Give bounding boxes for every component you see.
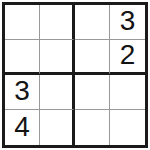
cell-r3c4[interactable] <box>110 75 145 110</box>
cell-r2c3[interactable] <box>75 40 110 75</box>
cell-r1c2[interactable] <box>40 5 75 40</box>
cell-r3c1[interactable]: 3 <box>5 75 40 110</box>
sudoku-board: 3 2 3 4 <box>2 2 148 148</box>
cell-r2c1[interactable] <box>5 40 40 75</box>
cell-r1c4[interactable]: 3 <box>110 5 145 40</box>
cell-r1c1[interactable] <box>5 5 40 40</box>
cell-r2c4[interactable]: 2 <box>110 40 145 75</box>
cell-r4c4[interactable] <box>110 110 145 145</box>
cell-r4c2[interactable] <box>40 110 75 145</box>
cell-r1c3[interactable] <box>75 5 110 40</box>
cell-r3c2[interactable] <box>40 75 75 110</box>
cell-r4c1[interactable]: 4 <box>5 110 40 145</box>
cell-r4c3[interactable] <box>75 110 110 145</box>
cell-r3c3[interactable] <box>75 75 110 110</box>
cell-r2c2[interactable] <box>40 40 75 75</box>
